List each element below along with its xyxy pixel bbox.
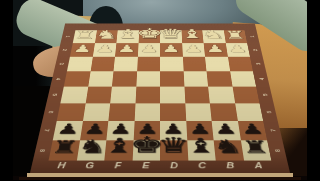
square-g5 [85,87,112,104]
rank-label-right-6: 6 [255,107,283,117]
file-label-d: D [160,161,189,173]
square-e3 [137,57,160,71]
rank-label-left-5: 5 [42,90,69,99]
file-label-h: H [46,161,76,173]
square-e6 [134,103,160,121]
file-label-g: G [75,161,105,173]
square-g3 [90,57,115,71]
white-pawn-glyph: ♟ [213,43,261,53]
square-b6 [210,103,238,121]
square-d3 [160,57,183,71]
square-f6 [108,103,135,121]
square-f5 [110,87,136,104]
white-rook-glyph: ♜ [212,29,259,40]
rank-label-right-5: 5 [252,90,279,99]
square-e5 [135,87,160,104]
square-e4 [136,71,160,86]
file-label-a: A [244,161,274,173]
square-d6 [160,103,186,121]
file-label-b: B [216,161,246,173]
board-side-shadow [19,177,301,181]
square-d5 [160,87,185,104]
black-rook-glyph: ♜ [225,138,285,155]
square-b4 [206,71,232,86]
black-pawn-glyph: ♟ [223,121,281,135]
square-b3 [205,57,230,71]
square-b5 [208,87,235,104]
video-content: HGFEDCBA 12345678 12345678 ♜♞♝♚♛♝♞♜♟♟♟♟♟… [13,0,307,180]
square-c6 [185,103,212,121]
file-label-e: E [132,161,161,173]
square-c5 [184,87,210,104]
rank-label-left-3: 3 [50,60,75,68]
square-f4 [112,71,137,86]
file-label-f: F [103,161,132,173]
rank-label-left-4: 4 [46,74,72,83]
video-frame: HGFEDCBA 12345678 12345678 ♜♞♝♚♛♝♞♜♟♟♟♟♟… [0,0,320,180]
file-label-c: C [188,161,217,173]
square-g4 [88,71,114,86]
rank-label-right-3: 3 [246,60,271,68]
square-c3 [183,57,207,71]
rank-label-right-4: 4 [249,74,275,83]
square-d4 [160,71,184,86]
square-c4 [183,71,208,86]
rank-label-left-6: 6 [38,107,66,117]
board-plane: HGFEDCBA 12345678 12345678 ♜♞♝♚♛♝♞♜♟♟♟♟♟… [30,24,290,173]
square-f3 [114,57,138,71]
square-g6 [83,103,111,121]
